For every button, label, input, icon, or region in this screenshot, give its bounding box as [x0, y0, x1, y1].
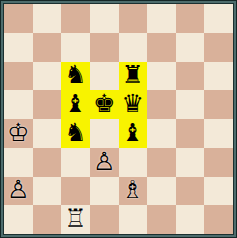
square-b6[interactable]: [33, 62, 62, 91]
square-b4[interactable]: [33, 119, 62, 148]
white-pawn-d3[interactable]: ♙: [93, 149, 115, 174]
square-d6[interactable]: [90, 62, 119, 91]
square-b7[interactable]: [33, 33, 62, 62]
square-c1[interactable]: ♖: [61, 205, 90, 234]
square-g7[interactable]: [176, 33, 205, 62]
square-a3[interactable]: [4, 148, 33, 177]
square-g4[interactable]: [176, 119, 205, 148]
square-d1[interactable]: [90, 205, 119, 234]
square-e4[interactable]: ♝: [119, 119, 148, 148]
square-b8[interactable]: [33, 4, 62, 33]
black-king-d5[interactable]: ♚: [93, 91, 115, 116]
white-bishop-e2[interactable]: ♗: [122, 177, 144, 202]
square-b2[interactable]: [33, 177, 62, 206]
square-e3[interactable]: [119, 148, 148, 177]
white-rook-c1[interactable]: ♖: [64, 206, 86, 231]
square-c7[interactable]: [61, 33, 90, 62]
square-e2[interactable]: ♗: [119, 177, 148, 206]
square-h2[interactable]: [204, 177, 233, 206]
square-c8[interactable]: [61, 4, 90, 33]
square-d5[interactable]: ♚: [90, 90, 119, 119]
square-d4[interactable]: [90, 119, 119, 148]
square-a6[interactable]: [4, 62, 33, 91]
square-a5[interactable]: [4, 90, 33, 119]
square-h5[interactable]: [204, 90, 233, 119]
square-c3[interactable]: [61, 148, 90, 177]
square-a7[interactable]: [4, 33, 33, 62]
square-c2[interactable]: [61, 177, 90, 206]
square-g8[interactable]: [176, 4, 205, 33]
square-g6[interactable]: [176, 62, 205, 91]
square-h6[interactable]: [204, 62, 233, 91]
square-g2[interactable]: [176, 177, 205, 206]
square-f2[interactable]: [147, 177, 176, 206]
square-f7[interactable]: [147, 33, 176, 62]
square-a2[interactable]: ♙: [4, 177, 33, 206]
square-a4[interactable]: ♔: [4, 119, 33, 148]
white-king-a4[interactable]: ♔: [7, 120, 29, 145]
black-bishop-c5[interactable]: ♝: [64, 91, 86, 116]
square-f1[interactable]: [147, 205, 176, 234]
chess-board: ♞♜♝♚♛♔♞♝♙♙♗♖: [3, 3, 234, 235]
square-e5[interactable]: ♛: [119, 90, 148, 119]
square-c4[interactable]: ♞: [61, 119, 90, 148]
square-e7[interactable]: [119, 33, 148, 62]
board-frame: ♞♜♝♚♛♔♞♝♙♙♗♖: [0, 0, 237, 238]
black-rook-e6[interactable]: ♜: [122, 62, 144, 87]
square-e6[interactable]: ♜: [119, 62, 148, 91]
square-d2[interactable]: [90, 177, 119, 206]
black-queen-e5[interactable]: ♛: [122, 91, 144, 116]
square-h7[interactable]: [204, 33, 233, 62]
square-h1[interactable]: [204, 205, 233, 234]
square-a1[interactable]: [4, 205, 33, 234]
square-c5[interactable]: ♝: [61, 90, 90, 119]
square-f3[interactable]: [147, 148, 176, 177]
black-knight-c6[interactable]: ♞: [64, 62, 86, 87]
square-d8[interactable]: [90, 4, 119, 33]
square-g3[interactable]: [176, 148, 205, 177]
square-g5[interactable]: [176, 90, 205, 119]
square-b5[interactable]: [33, 90, 62, 119]
square-a8[interactable]: [4, 4, 33, 33]
black-knight-c4[interactable]: ♞: [64, 120, 86, 145]
square-f6[interactable]: [147, 62, 176, 91]
square-f8[interactable]: [147, 4, 176, 33]
square-h8[interactable]: [204, 4, 233, 33]
square-d7[interactable]: [90, 33, 119, 62]
square-f4[interactable]: [147, 119, 176, 148]
square-h4[interactable]: [204, 119, 233, 148]
black-bishop-e4[interactable]: ♝: [122, 120, 144, 145]
square-c6[interactable]: ♞: [61, 62, 90, 91]
square-b1[interactable]: [33, 205, 62, 234]
square-g1[interactable]: [176, 205, 205, 234]
square-d3[interactable]: ♙: [90, 148, 119, 177]
square-f5[interactable]: [147, 90, 176, 119]
white-pawn-a2[interactable]: ♙: [7, 177, 29, 202]
square-e8[interactable]: [119, 4, 148, 33]
square-h3[interactable]: [204, 148, 233, 177]
square-b3[interactable]: [33, 148, 62, 177]
square-e1[interactable]: [119, 205, 148, 234]
